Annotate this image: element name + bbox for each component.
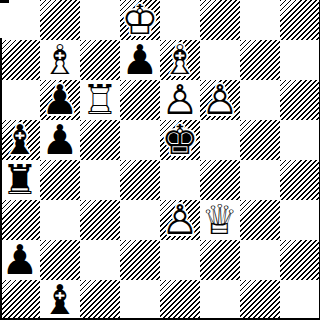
square-a3[interactable]	[0, 200, 40, 240]
square-h8[interactable]	[280, 0, 320, 40]
square-b2[interactable]	[40, 240, 80, 280]
square-e5[interactable]: ♚	[160, 120, 200, 160]
black-pawn-icon: ♟	[120, 40, 160, 80]
square-g3[interactable]	[240, 200, 280, 240]
square-g8[interactable]	[240, 0, 280, 40]
square-h7[interactable]	[280, 40, 320, 80]
square-e2[interactable]	[160, 240, 200, 280]
square-g5[interactable]	[240, 120, 280, 160]
square-c3[interactable]	[80, 200, 120, 240]
white-pawn-icon: ♟♙	[200, 80, 240, 120]
square-g7[interactable]	[240, 40, 280, 80]
square-g6[interactable]	[240, 80, 280, 120]
square-d3[interactable]	[120, 200, 160, 240]
square-e6[interactable]: ♟♙	[160, 80, 200, 120]
square-d8[interactable]: ♚♔	[120, 0, 160, 40]
square-e7[interactable]: ♝♗	[160, 40, 200, 80]
square-b7[interactable]: ♝♗	[40, 40, 80, 80]
square-e3[interactable]: ♟♙	[160, 200, 200, 240]
square-b3[interactable]	[40, 200, 80, 240]
square-e4[interactable]	[160, 160, 200, 200]
white-rook-icon: ♜♖	[80, 80, 120, 120]
square-f4[interactable]	[200, 160, 240, 200]
square-f8[interactable]	[200, 0, 240, 40]
square-d2[interactable]	[120, 240, 160, 280]
square-d7[interactable]: ♟	[120, 40, 160, 80]
square-a5[interactable]: ♝	[0, 120, 40, 160]
square-f3[interactable]: ♛♕	[200, 200, 240, 240]
chess-board: ♚♔♝♗♟♝♗♟♜♖♟♙♟♙♝♟♚♜♟♙♛♕♟♝	[0, 0, 320, 320]
square-f2[interactable]	[200, 240, 240, 280]
square-c4[interactable]	[80, 160, 120, 200]
square-d5[interactable]	[120, 120, 160, 160]
square-c1[interactable]	[80, 280, 120, 320]
square-a2[interactable]: ♟	[0, 240, 40, 280]
white-queen-icon: ♛♕	[200, 200, 240, 240]
square-c8[interactable]	[80, 0, 120, 40]
square-e1[interactable]	[160, 280, 200, 320]
square-g1[interactable]	[240, 280, 280, 320]
square-a6[interactable]	[0, 80, 40, 120]
square-a4[interactable]: ♜	[0, 160, 40, 200]
square-b1[interactable]: ♝	[40, 280, 80, 320]
square-h2[interactable]	[280, 240, 320, 280]
black-pawn-icon: ♟	[40, 120, 80, 160]
square-d6[interactable]	[120, 80, 160, 120]
square-f7[interactable]	[200, 40, 240, 80]
square-h3[interactable]	[280, 200, 320, 240]
square-f6[interactable]: ♟♙	[200, 80, 240, 120]
black-rook-icon: ♜	[0, 160, 40, 200]
square-c6[interactable]: ♜♖	[80, 80, 120, 120]
chess-diagram: ♚♔♝♗♟♝♗♟♜♖♟♙♟♙♝♟♚♜♟♙♛♕♟♝	[0, 0, 320, 320]
square-a1[interactable]	[0, 280, 40, 320]
square-b5[interactable]: ♟	[40, 120, 80, 160]
square-c5[interactable]	[80, 120, 120, 160]
square-c2[interactable]	[80, 240, 120, 280]
square-f1[interactable]	[200, 280, 240, 320]
black-bishop-icon: ♝	[0, 120, 40, 160]
square-a8[interactable]	[0, 0, 40, 40]
square-g2[interactable]	[240, 240, 280, 280]
black-pawn-icon: ♟	[0, 240, 40, 280]
square-h1[interactable]	[280, 280, 320, 320]
white-king-icon: ♚♔	[120, 0, 160, 40]
square-c7[interactable]	[80, 40, 120, 80]
square-d4[interactable]	[120, 160, 160, 200]
square-b6[interactable]: ♟	[40, 80, 80, 120]
board-border-left	[0, 38, 2, 320]
white-bishop-icon: ♝♗	[160, 40, 200, 80]
square-a7[interactable]	[0, 40, 40, 80]
board-border-top-remnant	[0, 0, 9, 3]
black-king-icon: ♚	[160, 120, 200, 160]
square-f5[interactable]	[200, 120, 240, 160]
white-pawn-icon: ♟♙	[160, 200, 200, 240]
white-bishop-icon: ♝♗	[40, 40, 80, 80]
square-d1[interactable]	[120, 280, 160, 320]
white-pawn-icon: ♟♙	[160, 80, 200, 120]
black-pawn-icon: ♟	[40, 80, 80, 120]
square-h6[interactable]	[280, 80, 320, 120]
black-bishop-icon: ♝	[40, 280, 80, 320]
square-g4[interactable]	[240, 160, 280, 200]
square-b4[interactable]	[40, 160, 80, 200]
square-b8[interactable]	[40, 0, 80, 40]
square-h4[interactable]	[280, 160, 320, 200]
square-h5[interactable]	[280, 120, 320, 160]
square-e8[interactable]	[160, 0, 200, 40]
